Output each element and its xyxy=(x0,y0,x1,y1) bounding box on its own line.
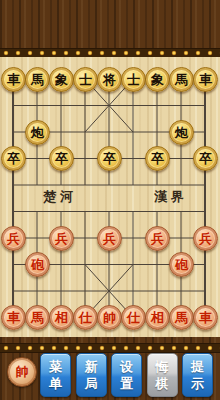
piece-black-elephant[interactable]: 象 xyxy=(145,67,170,92)
top-frame xyxy=(0,0,220,57)
piece-black-general[interactable]: 将 xyxy=(97,67,122,92)
piece-black-chariot[interactable]: 車 xyxy=(1,67,26,92)
piece-black-cannon[interactable]: 炮 xyxy=(25,120,50,145)
piece-red-general[interactable]: 帥 xyxy=(97,305,122,330)
piece-black-soldier[interactable]: 卒 xyxy=(1,146,26,171)
piece-red-elephant[interactable]: 相 xyxy=(49,305,74,330)
piece-black-horse[interactable]: 馬 xyxy=(25,67,50,92)
pieces-layer: 車馬象士将士象馬車炮炮卒卒卒卒卒兵兵兵兵兵砲砲車馬相仕帥仕相馬車 xyxy=(1,66,217,331)
piece-red-soldier[interactable]: 兵 xyxy=(49,226,74,251)
piece-red-soldier[interactable]: 兵 xyxy=(97,226,122,251)
stud-strip-bottom xyxy=(0,343,220,353)
piece-black-advisor[interactable]: 士 xyxy=(73,67,98,92)
hint-button[interactable]: 提示 xyxy=(182,353,213,397)
piece-red-horse[interactable]: 馬 xyxy=(169,305,194,330)
settings-button-label: 设置 xyxy=(120,358,134,392)
turn-indicator-red-general: 帥 xyxy=(7,357,37,387)
piece-black-horse[interactable]: 馬 xyxy=(169,67,194,92)
piece-red-elephant[interactable]: 相 xyxy=(145,305,170,330)
piece-black-chariot[interactable]: 車 xyxy=(193,67,218,92)
piece-red-chariot[interactable]: 車 xyxy=(1,305,26,330)
new-game-button[interactable]: 新局 xyxy=(76,353,107,397)
menu-button[interactable]: 菜单 xyxy=(40,353,71,397)
piece-red-soldier[interactable]: 兵 xyxy=(193,226,218,251)
piece-black-advisor[interactable]: 士 xyxy=(121,67,146,92)
piece-black-cannon[interactable]: 炮 xyxy=(169,120,194,145)
piece-black-soldier[interactable]: 卒 xyxy=(97,146,122,171)
piece-red-soldier[interactable]: 兵 xyxy=(145,226,170,251)
xiangqi-board[interactable]: 楚河 漢界 車馬象士将士象馬車炮炮卒卒卒卒卒兵兵兵兵兵砲砲車馬相仕帥仕相馬車 xyxy=(0,57,220,337)
undo-button[interactable]: 悔棋 xyxy=(147,353,178,397)
piece-red-advisor[interactable]: 仕 xyxy=(73,305,98,330)
piece-black-soldier[interactable]: 卒 xyxy=(145,146,170,171)
xiangqi-app: 楚河 漢界 車馬象士将士象馬車炮炮卒卒卒卒卒兵兵兵兵兵砲砲車馬相仕帥仕相馬車 帥… xyxy=(0,0,220,400)
bottom-frame: 帥 菜单 新局 设置 悔棋 提示 xyxy=(0,337,220,400)
piece-red-horse[interactable]: 馬 xyxy=(25,305,50,330)
piece-red-cannon[interactable]: 砲 xyxy=(25,252,50,277)
settings-button[interactable]: 设置 xyxy=(111,353,142,397)
piece-red-cannon[interactable]: 砲 xyxy=(169,252,194,277)
menu-button-label: 菜单 xyxy=(49,358,63,392)
piece-black-soldier[interactable]: 卒 xyxy=(193,146,218,171)
hint-button-label: 提示 xyxy=(191,358,205,392)
piece-red-chariot[interactable]: 車 xyxy=(193,305,218,330)
piece-black-soldier[interactable]: 卒 xyxy=(49,146,74,171)
undo-button-label: 悔棋 xyxy=(155,358,169,392)
new-game-button-label: 新局 xyxy=(84,358,98,392)
piece-black-elephant[interactable]: 象 xyxy=(49,67,74,92)
piece-red-advisor[interactable]: 仕 xyxy=(121,305,146,330)
piece-red-soldier[interactable]: 兵 xyxy=(1,226,26,251)
